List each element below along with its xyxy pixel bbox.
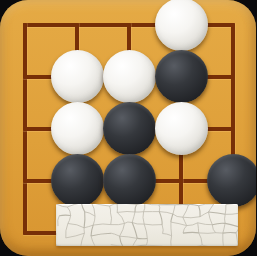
crack-line	[132, 238, 137, 246]
crack-line	[68, 216, 71, 224]
crack-line	[117, 204, 136, 205]
crack-line	[57, 204, 68, 207]
crack-line	[209, 204, 214, 212]
crack-line	[162, 225, 163, 234]
crack-line	[198, 223, 213, 225]
crack-line	[183, 205, 189, 218]
crack-line	[120, 223, 125, 236]
crack-line	[56, 244, 72, 246]
crack-line	[223, 223, 225, 233]
white-stone-b2	[51, 50, 104, 103]
crack-line	[171, 236, 172, 246]
black-stone-c3	[103, 102, 156, 155]
crack-line	[173, 205, 175, 214]
crack-line	[111, 223, 125, 224]
crack-line	[212, 225, 215, 233]
crack-line	[132, 212, 135, 223]
crack-line	[143, 212, 144, 224]
crack-line	[209, 212, 226, 214]
crack-line	[226, 204, 238, 205]
white-stone-c2	[103, 50, 156, 103]
crack-line	[199, 233, 203, 245]
crack-line	[187, 223, 198, 226]
crack-line	[199, 233, 216, 234]
crack-line	[223, 233, 224, 246]
crack-line	[171, 214, 173, 222]
crack-line	[132, 245, 147, 246]
white-stone-d1	[155, 0, 208, 51]
crack-line	[58, 216, 60, 226]
black-stone-d2	[155, 50, 208, 103]
crack-line	[111, 213, 112, 225]
crack-line	[236, 227, 238, 233]
crack-line	[85, 212, 95, 216]
crack-line	[84, 212, 85, 228]
go-app-icon[interactable]	[0, 0, 256, 256]
white-stone-d3	[155, 102, 208, 155]
crack-line	[189, 245, 203, 246]
crack-line	[159, 212, 162, 225]
crack-line	[199, 204, 214, 206]
crack-line	[91, 204, 109, 206]
crack-line	[198, 223, 199, 233]
crack-line	[144, 224, 162, 225]
crack-line	[173, 214, 183, 217]
crack-line	[144, 204, 145, 212]
crack-line	[110, 206, 111, 213]
crack-line	[159, 205, 160, 212]
crack-line	[137, 204, 145, 205]
crack-line	[66, 233, 85, 238]
white-stone-b3	[51, 102, 104, 155]
crack-line	[144, 224, 147, 238]
crack-line	[202, 245, 215, 246]
crack-line	[117, 212, 124, 223]
crack-line	[225, 205, 226, 215]
crack-line	[91, 236, 95, 246]
crack-line	[135, 205, 137, 212]
crack-line	[132, 223, 144, 225]
crackle-texture	[56, 204, 238, 246]
crack-line	[223, 233, 236, 234]
crack-line	[225, 214, 226, 223]
crack-line	[111, 233, 119, 236]
crack-line	[145, 204, 159, 205]
crack-line	[110, 204, 118, 206]
crack-line	[81, 233, 85, 246]
crack-line	[199, 206, 200, 217]
crack-line	[225, 223, 238, 227]
crack-line	[132, 223, 137, 239]
crack-line	[68, 224, 84, 228]
black-stone-b4	[51, 154, 104, 207]
crack-line	[159, 212, 173, 214]
crack-line	[183, 232, 199, 233]
crack-line	[91, 233, 111, 236]
crack-line	[146, 245, 161, 246]
crack-line	[120, 236, 123, 246]
crack-line	[200, 212, 208, 217]
crack-line	[67, 204, 81, 207]
crack-line	[125, 222, 133, 223]
crack-line	[111, 245, 123, 246]
crack-line	[117, 211, 135, 212]
crack-line	[236, 233, 238, 246]
crack-line	[93, 216, 95, 225]
crack-line	[183, 226, 187, 234]
crack-line	[93, 224, 111, 225]
crack-line	[82, 204, 85, 212]
go-board[interactable]	[0, 0, 256, 256]
crack-line	[66, 224, 68, 238]
crack-line	[146, 239, 147, 246]
crack-line	[59, 215, 70, 216]
paper-label	[56, 204, 238, 246]
crack-line	[189, 204, 199, 205]
crack-line	[171, 222, 172, 236]
crack-line	[209, 212, 213, 225]
crack-line	[91, 225, 93, 236]
black-stone-c4	[103, 154, 156, 207]
crack-line	[171, 222, 187, 226]
crack-line	[120, 236, 138, 238]
black-stone-e4	[207, 154, 257, 207]
crack-line	[212, 223, 225, 225]
crack-line	[183, 217, 200, 218]
crack-line	[163, 234, 172, 236]
crack-line	[225, 213, 238, 214]
crack-line	[67, 207, 70, 216]
